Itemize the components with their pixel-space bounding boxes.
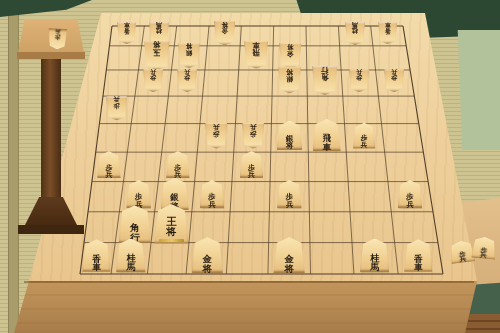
piece-kanji: 将 bbox=[186, 43, 193, 50]
shogi-scene: 香車桂馬金将桂馬香車玉将銀将飛車金将歩兵歩兵銀将角行歩兵歩兵歩兵歩兵歩兵銀将飛車… bbox=[0, 0, 500, 333]
piece-9d-gote-pawn[interactable]: 歩兵 bbox=[106, 96, 127, 120]
piece-kanji: 銀 bbox=[286, 75, 293, 82]
piece-kanji: 歩 bbox=[213, 130, 220, 137]
piece-4e-sente-silver[interactable]: 銀将 bbox=[277, 121, 302, 150]
piece-kanji: 兵 bbox=[184, 69, 190, 75]
komadai-gote-post bbox=[41, 59, 61, 199]
piece-kanji: 将 bbox=[286, 67, 293, 74]
piece-6a-gote-gold[interactable]: 金将 bbox=[214, 21, 235, 46]
piece-kanji: 兵 bbox=[406, 201, 413, 209]
piece-kanji: 歩 bbox=[184, 76, 190, 82]
piece-9f-sente-pawn[interactable]: 歩兵 bbox=[97, 151, 120, 178]
piece-kanji: 歩 bbox=[356, 76, 362, 82]
piece-8b-gote-king[interactable]: 玉将 bbox=[144, 41, 170, 70]
piece-kanji: 車 bbox=[253, 41, 260, 48]
piece-kanji: 兵 bbox=[356, 69, 362, 75]
piece-kanji: 角 bbox=[321, 74, 329, 82]
piece-8g-sente-pawn[interactable]: 歩兵 bbox=[126, 180, 151, 208]
piece-4i-sente-gold[interactable]: 金将 bbox=[273, 237, 304, 273]
piece-kanji: 兵 bbox=[479, 252, 487, 258]
piece-kanji: 将 bbox=[203, 264, 212, 274]
piece-kanji: 兵 bbox=[249, 123, 256, 130]
piece-kanji: 兵 bbox=[213, 123, 220, 130]
piece-kanji: 兵 bbox=[459, 256, 467, 263]
piece-9a-gote-lance[interactable]: 香車 bbox=[117, 22, 136, 44]
piece-kanji: 将 bbox=[221, 21, 227, 28]
piece-kanji: 兵 bbox=[248, 171, 255, 178]
piece-kanji: 車 bbox=[92, 263, 100, 272]
piece-kanji: 車 bbox=[385, 22, 391, 28]
piece-8h-sente-bishop[interactable]: 角行 bbox=[119, 206, 151, 243]
piece-6g-sente-pawn[interactable]: 歩兵 bbox=[200, 180, 225, 208]
piece-1i-sente-lance[interactable]: 香車 bbox=[404, 239, 432, 271]
piece-kanji: 兵 bbox=[286, 201, 293, 209]
king-maker-plaque bbox=[159, 239, 184, 242]
piece-9i-sente-lance[interactable]: 香車 bbox=[82, 239, 110, 271]
piece-kanji: 馬 bbox=[370, 263, 379, 272]
komadai-gote-foot bbox=[18, 225, 84, 234]
piece-7b-gote-silver[interactable]: 銀将 bbox=[178, 43, 200, 68]
piece-kanji: 飛 bbox=[253, 49, 260, 56]
piece-7h-sente-king[interactable]: 王将 bbox=[154, 204, 188, 243]
piece-5f-sente-pawn[interactable]: 歩兵 bbox=[240, 151, 263, 178]
tatami-seam bbox=[8, 0, 19, 333]
piece-kanji: 銀 bbox=[186, 50, 193, 57]
piece-kanji: 歩 bbox=[150, 76, 156, 82]
floor-cushion-top-left bbox=[0, 0, 92, 17]
piece-2a-gote-knight[interactable]: 桂馬 bbox=[345, 22, 365, 45]
piece-kanji: 馬 bbox=[156, 22, 162, 28]
piece-3e-sente-rook[interactable]: 飛車 bbox=[313, 119, 341, 151]
piece-7g-sente-silver[interactable]: 銀将 bbox=[161, 178, 189, 210]
piece-1g-sente-pawn[interactable]: 歩兵 bbox=[398, 180, 423, 208]
piece-8i-sente-knight[interactable]: 桂馬 bbox=[116, 239, 145, 273]
piece-kanji: 将 bbox=[166, 227, 176, 237]
piece-kanji: 兵 bbox=[55, 28, 61, 34]
piece-kanji: 将 bbox=[284, 264, 293, 274]
piece-kanji: 歩 bbox=[392, 76, 398, 82]
piece-4g-sente-pawn[interactable]: 歩兵 bbox=[277, 180, 302, 208]
piece-1a-gote-lance[interactable]: 香車 bbox=[378, 22, 397, 44]
piece-kanji: 車 bbox=[322, 143, 330, 152]
piece-kanji: 玉 bbox=[153, 48, 161, 56]
board-front-top-edge bbox=[24, 281, 474, 283]
piece-6i-sente-gold[interactable]: 金将 bbox=[192, 237, 223, 273]
piece-kanji: 兵 bbox=[208, 201, 215, 209]
piece-6e-gote-pawn[interactable]: 歩兵 bbox=[205, 123, 227, 149]
piece-3c-gote-bishop[interactable]: 角行 bbox=[312, 66, 337, 95]
piece-kanji: 行 bbox=[321, 66, 329, 74]
piece-7f-sente-pawn[interactable]: 歩兵 bbox=[166, 151, 189, 178]
piece-kanji: 馬 bbox=[352, 22, 358, 28]
piece-kanji: 車 bbox=[124, 22, 130, 28]
piece-kanji: 将 bbox=[286, 43, 293, 50]
floor-cushion-right bbox=[454, 30, 500, 150]
piece-4b-gote-gold[interactable]: 金将 bbox=[279, 43, 301, 69]
piece-kanji: 馬 bbox=[126, 263, 135, 272]
piece-kanji: 将 bbox=[153, 41, 161, 49]
piece-5e-gote-pawn[interactable]: 歩兵 bbox=[242, 123, 264, 149]
piece-kanji: 兵 bbox=[361, 142, 368, 149]
piece-kanji: 兵 bbox=[105, 171, 112, 178]
piece-kanji: 車 bbox=[414, 263, 422, 272]
piece-2i-sente-knight[interactable]: 桂馬 bbox=[360, 239, 389, 273]
piece-kanji: 将 bbox=[286, 142, 294, 150]
piece-kanji: 兵 bbox=[174, 171, 181, 178]
piece-kanji: 兵 bbox=[392, 69, 398, 75]
piece-2e-sente-pawn[interactable]: 歩兵 bbox=[353, 123, 375, 149]
komadai-gote-edge bbox=[17, 52, 85, 59]
piece-kanji: 兵 bbox=[114, 96, 120, 103]
piece-kanji: 歩 bbox=[249, 130, 256, 137]
piece-kanji: 兵 bbox=[150, 69, 156, 75]
